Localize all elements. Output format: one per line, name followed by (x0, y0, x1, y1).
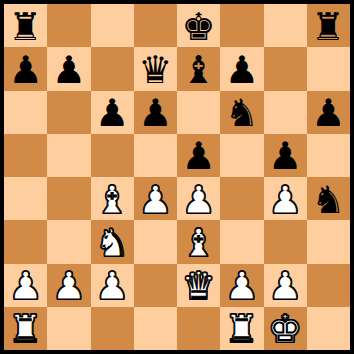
white-pawn: ♟︎ (138, 181, 172, 219)
square-f4[interactable] (220, 177, 263, 220)
square-c8[interactable] (91, 4, 134, 47)
white-pawn: ♟︎ (182, 181, 216, 219)
square-g7[interactable] (264, 47, 307, 90)
square-a7[interactable]: ♟︎ (4, 47, 47, 90)
square-h4[interactable]: ♞︎ (307, 177, 350, 220)
square-g8[interactable] (264, 4, 307, 47)
square-c2[interactable]: ♟︎ (91, 264, 134, 307)
square-b4[interactable] (47, 177, 90, 220)
black-bishop: ♝︎ (182, 51, 216, 89)
chess-board: ♜︎♚︎♜︎♟︎♟︎♛︎♝︎♟︎♟︎♟︎♞︎♟︎♟︎♟︎♝︎♟︎♟︎♟︎♞︎♞︎… (4, 4, 350, 350)
square-f2[interactable]: ♟︎ (220, 264, 263, 307)
black-pawn: ♟︎ (95, 94, 129, 132)
white-bishop: ♝︎ (182, 224, 216, 262)
white-pawn: ♟︎ (225, 267, 259, 305)
square-c5[interactable] (91, 134, 134, 177)
black-pawn: ♟︎ (138, 94, 172, 132)
square-d3[interactable] (134, 220, 177, 263)
square-f6[interactable]: ♞︎ (220, 91, 263, 134)
square-e5[interactable]: ♟︎ (177, 134, 220, 177)
square-e7[interactable]: ♝︎ (177, 47, 220, 90)
square-e8[interactable]: ♚︎ (177, 4, 220, 47)
square-d7[interactable]: ♛︎ (134, 47, 177, 90)
white-king: ♚︎ (268, 310, 302, 348)
square-c3[interactable]: ♞︎ (91, 220, 134, 263)
white-pawn: ♟︎ (95, 267, 129, 305)
square-g3[interactable] (264, 220, 307, 263)
square-h7[interactable] (307, 47, 350, 90)
square-c7[interactable] (91, 47, 134, 90)
white-bishop: ♝︎ (95, 181, 129, 219)
black-rook: ♜︎ (311, 8, 345, 46)
black-knight: ♞︎ (225, 94, 259, 132)
square-f5[interactable] (220, 134, 263, 177)
black-rook: ♜︎ (9, 8, 43, 46)
square-b6[interactable] (47, 91, 90, 134)
square-g1[interactable]: ♚︎ (264, 307, 307, 350)
square-b3[interactable] (47, 220, 90, 263)
board-frame: ♜︎♚︎♜︎♟︎♟︎♛︎♝︎♟︎♟︎♟︎♞︎♟︎♟︎♟︎♝︎♟︎♟︎♟︎♞︎♞︎… (0, 0, 354, 354)
black-pawn: ♟︎ (52, 51, 86, 89)
square-g6[interactable] (264, 91, 307, 134)
white-rook: ♜︎ (225, 310, 259, 348)
square-a2[interactable]: ♟︎ (4, 264, 47, 307)
square-a3[interactable] (4, 220, 47, 263)
square-d5[interactable] (134, 134, 177, 177)
square-b8[interactable] (47, 4, 90, 47)
square-a4[interactable] (4, 177, 47, 220)
white-queen: ♛︎ (182, 267, 216, 305)
square-f8[interactable] (220, 4, 263, 47)
square-g4[interactable]: ♟︎ (264, 177, 307, 220)
square-h6[interactable]: ♟︎ (307, 91, 350, 134)
square-b1[interactable] (47, 307, 90, 350)
square-d4[interactable]: ♟︎ (134, 177, 177, 220)
square-h8[interactable]: ♜︎ (307, 4, 350, 47)
square-h1[interactable] (307, 307, 350, 350)
square-f3[interactable] (220, 220, 263, 263)
square-h3[interactable] (307, 220, 350, 263)
square-a5[interactable] (4, 134, 47, 177)
square-a1[interactable]: ♜︎ (4, 307, 47, 350)
black-pawn: ♟︎ (225, 51, 259, 89)
black-queen: ♛︎ (138, 51, 172, 89)
square-c6[interactable]: ♟︎ (91, 91, 134, 134)
square-b7[interactable]: ♟︎ (47, 47, 90, 90)
square-g2[interactable]: ♟︎ (264, 264, 307, 307)
square-e6[interactable] (177, 91, 220, 134)
black-king: ♚︎ (182, 8, 216, 46)
black-pawn: ♟︎ (311, 94, 345, 132)
square-c1[interactable] (91, 307, 134, 350)
square-b5[interactable] (47, 134, 90, 177)
square-a8[interactable]: ♜︎ (4, 4, 47, 47)
square-f7[interactable]: ♟︎ (220, 47, 263, 90)
white-knight: ♞︎ (95, 224, 129, 262)
square-a6[interactable] (4, 91, 47, 134)
square-c4[interactable]: ♝︎ (91, 177, 134, 220)
white-pawn: ♟︎ (9, 267, 43, 305)
square-d6[interactable]: ♟︎ (134, 91, 177, 134)
white-pawn: ♟︎ (268, 267, 302, 305)
white-pawn: ♟︎ (268, 181, 302, 219)
square-d8[interactable] (134, 4, 177, 47)
square-g5[interactable]: ♟︎ (264, 134, 307, 177)
square-d1[interactable] (134, 307, 177, 350)
square-e1[interactable] (177, 307, 220, 350)
black-pawn: ♟︎ (182, 137, 216, 175)
square-e2[interactable]: ♛︎ (177, 264, 220, 307)
square-b2[interactable]: ♟︎ (47, 264, 90, 307)
square-e3[interactable]: ♝︎ (177, 220, 220, 263)
square-h5[interactable] (307, 134, 350, 177)
black-knight: ♞︎ (311, 181, 345, 219)
white-rook: ♜︎ (9, 310, 43, 348)
square-h2[interactable] (307, 264, 350, 307)
square-e4[interactable]: ♟︎ (177, 177, 220, 220)
black-pawn: ♟︎ (268, 137, 302, 175)
square-f1[interactable]: ♜︎ (220, 307, 263, 350)
square-d2[interactable] (134, 264, 177, 307)
black-pawn: ♟︎ (9, 51, 43, 89)
white-pawn: ♟︎ (52, 267, 86, 305)
